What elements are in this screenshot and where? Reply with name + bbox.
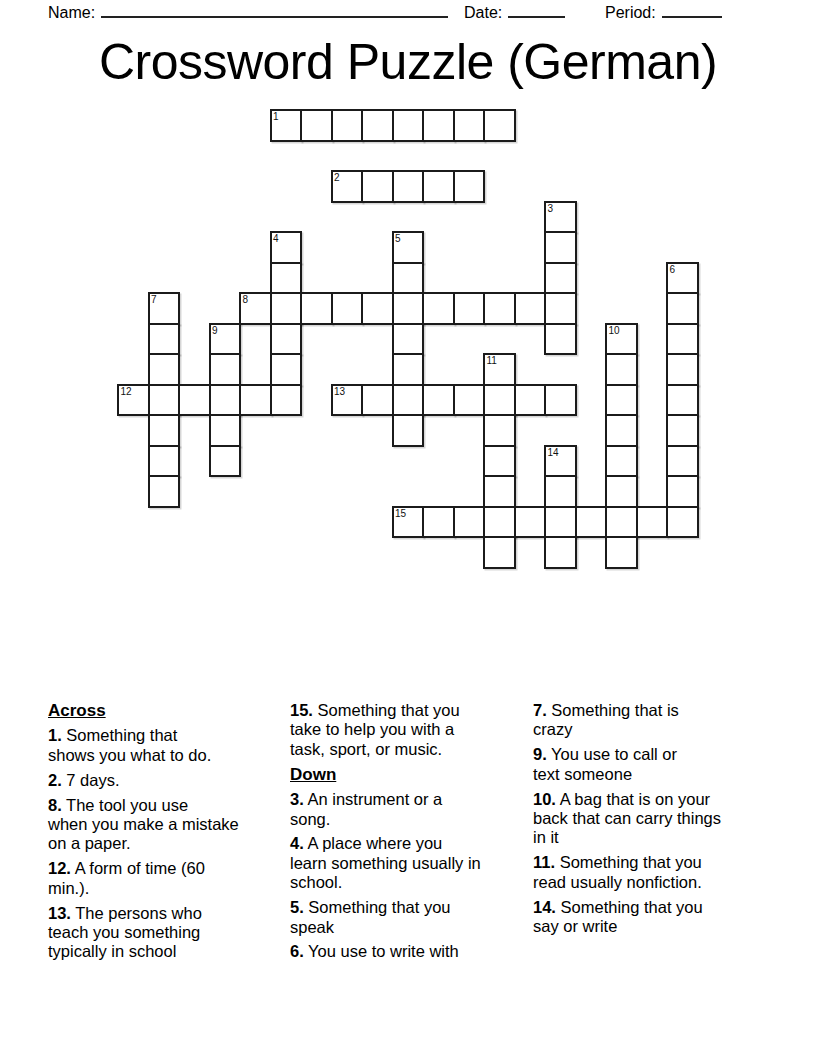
- grid-cell-r3c14[interactable]: 3: [544, 201, 577, 234]
- grid-cell-r9c11[interactable]: [453, 384, 486, 417]
- period-label: Period:: [605, 4, 656, 21]
- grid-cell-r6c12[interactable]: [483, 292, 516, 325]
- period-blank-line: [662, 2, 722, 18]
- grid-cell-r14c12[interactable]: [483, 536, 516, 569]
- grid-cell-r10c16[interactable]: [605, 414, 638, 447]
- grid-cell-r4c14[interactable]: [544, 231, 577, 264]
- grid-cell-r10c18[interactable]: [666, 414, 699, 447]
- clue-across-1: 1. Something that shows you what to do.: [48, 726, 288, 765]
- grid-cell-r11c12[interactable]: [483, 445, 516, 478]
- grid-cell-r8c18[interactable]: [666, 353, 699, 386]
- clue-number-15: 15: [395, 508, 406, 519]
- clue-down-4: 4. A place where you learn something usu…: [290, 834, 534, 892]
- grid-cell-r6c5[interactable]: [270, 292, 303, 325]
- clue-number-4: 4: [273, 233, 279, 244]
- grid-cell-r9c9[interactable]: [392, 384, 425, 417]
- grid-cell-r9c16[interactable]: [605, 384, 638, 417]
- crossword-grid: 123456789101112131415: [117, 109, 699, 569]
- grid-cell-r0c10[interactable]: [422, 109, 455, 142]
- grid-cell-r12c16[interactable]: [605, 475, 638, 508]
- clues-column-1: Across 1. Something that shows you what …: [48, 701, 288, 967]
- grid-cell-r9c2[interactable]: [178, 384, 211, 417]
- grid-cell-r6c18[interactable]: [666, 292, 699, 325]
- clue-number-9: 9: [212, 325, 218, 336]
- grid-cell-r10c12[interactable]: [483, 414, 516, 447]
- grid-cell-r4c9[interactable]: 5: [392, 231, 425, 264]
- clue-number-8: 8: [243, 294, 249, 305]
- grid-cell-r6c9[interactable]: [392, 292, 425, 325]
- grid-cell-r2c9[interactable]: [392, 170, 425, 203]
- page-title: Crossword Puzzle (German): [0, 33, 816, 91]
- grid-cell-r12c18[interactable]: [666, 475, 699, 508]
- clue-down-5: 5. Something that you speak: [290, 898, 534, 937]
- clue-across-15: 15. Something that you take to help you …: [290, 701, 534, 759]
- clue-across-13: 13. The persons who teach you something …: [48, 904, 288, 962]
- grid-cell-r0c9[interactable]: [392, 109, 425, 142]
- clue-number-1: 1: [273, 111, 279, 122]
- grid-cell-r0c6[interactable]: [300, 109, 333, 142]
- grid-cell-r9c1[interactable]: [148, 384, 181, 417]
- grid-cell-r5c9[interactable]: [392, 262, 425, 295]
- grid-cell-r11c18[interactable]: [666, 445, 699, 478]
- clue-down-11: 11. Something that you read usually nonf…: [533, 853, 781, 892]
- grid-cell-r5c18[interactable]: 6: [666, 262, 699, 295]
- clue-down-3: 3. An instrument or a song.: [290, 790, 534, 829]
- clues-column-2: 15. Something that you take to help you …: [290, 701, 534, 967]
- clues-column-3: 7. Something that is crazy 9. You use to…: [533, 701, 781, 942]
- grid-cell-r12c12[interactable]: [483, 475, 516, 508]
- grid-cell-r5c5[interactable]: [270, 262, 303, 295]
- grid-cell-r13c15[interactable]: [575, 506, 608, 539]
- grid-cell-r12c1[interactable]: [148, 475, 181, 508]
- clue-down-7: 7. Something that is crazy: [533, 701, 781, 740]
- grid-cell-r9c12[interactable]: [483, 384, 516, 417]
- grid-cell-r2c8[interactable]: [361, 170, 394, 203]
- grid-cell-r6c11[interactable]: [453, 292, 486, 325]
- clue-number-7: 7: [151, 294, 157, 305]
- clue-number-11: 11: [487, 355, 497, 366]
- clue-number-12: 12: [121, 386, 132, 397]
- grid-cell-r0c5[interactable]: 1: [270, 109, 303, 142]
- across-header: Across: [48, 701, 288, 720]
- clue-across-2: 2. 7 days.: [48, 771, 288, 790]
- grid-cell-r14c14[interactable]: [544, 536, 577, 569]
- date-blank-line: [508, 2, 565, 18]
- clue-across-8: 8. The tool you use when you make a mist…: [48, 796, 288, 854]
- grid-cell-r8c16[interactable]: [605, 353, 638, 386]
- clue-across-12: 12. A form of time (60 min.).: [48, 859, 288, 898]
- grid-cell-r9c4[interactable]: [239, 384, 272, 417]
- grid-cell-r13c18[interactable]: [666, 506, 699, 539]
- grid-cell-r9c5[interactable]: [270, 384, 303, 417]
- name-blank-line: [101, 2, 448, 18]
- name-field: Name:: [48, 2, 448, 22]
- grid-cell-r11c3[interactable]: [209, 445, 242, 478]
- grid-cell-r6c14[interactable]: [544, 292, 577, 325]
- grid-cell-r7c14[interactable]: [544, 323, 577, 356]
- grid-cell-r13c11[interactable]: [453, 506, 486, 539]
- clue-number-6: 6: [670, 264, 676, 275]
- grid-cell-r4c5[interactable]: 4: [270, 231, 303, 264]
- grid-cell-r10c1[interactable]: [148, 414, 181, 447]
- grid-cell-r6c13[interactable]: [514, 292, 547, 325]
- grid-cell-r13c10[interactable]: [422, 506, 455, 539]
- grid-cell-r13c9[interactable]: 15: [392, 506, 425, 539]
- grid-cell-r8c5[interactable]: [270, 353, 303, 386]
- grid-cell-r11c1[interactable]: [148, 445, 181, 478]
- grid-cell-r7c5[interactable]: [270, 323, 303, 356]
- grid-cell-r9c3[interactable]: [209, 384, 242, 417]
- grid-cell-r7c9[interactable]: [392, 323, 425, 356]
- grid-cell-r14c16[interactable]: [605, 536, 638, 569]
- grid-cell-r8c12[interactable]: 11: [483, 353, 516, 386]
- grid-cell-r6c4[interactable]: 8: [239, 292, 272, 325]
- grid-cell-r2c11[interactable]: [453, 170, 486, 203]
- grid-cell-r9c7[interactable]: 13: [331, 384, 364, 417]
- grid-cell-r7c1[interactable]: [148, 323, 181, 356]
- grid-cell-r11c16[interactable]: [605, 445, 638, 478]
- clue-down-6: 6. You use to write with: [290, 942, 534, 961]
- clue-number-2: 2: [334, 172, 340, 183]
- clue-number-14: 14: [548, 447, 559, 458]
- grid-cell-r0c12[interactable]: [483, 109, 516, 142]
- grid-cell-r0c7[interactable]: [331, 109, 364, 142]
- grid-cell-r13c16[interactable]: [605, 506, 638, 539]
- grid-cell-r9c18[interactable]: [666, 384, 699, 417]
- down-header: Down: [290, 765, 534, 784]
- grid-cell-r12c14[interactable]: [544, 475, 577, 508]
- clue-down-10: 10. A bag that is on your back that can …: [533, 790, 781, 848]
- grid-cell-r6c6[interactable]: [300, 292, 333, 325]
- clue-number-13: 13: [334, 386, 345, 397]
- clue-down-9: 9. You use to call or text someone: [533, 745, 781, 784]
- period-field: Period:: [605, 2, 722, 22]
- grid-cell-r5c14[interactable]: [544, 262, 577, 295]
- grid-cell-r13c14[interactable]: [544, 506, 577, 539]
- grid-cell-r0c8[interactable]: [361, 109, 394, 142]
- grid-cell-r7c16[interactable]: 10: [605, 323, 638, 356]
- grid-cell-r9c10[interactable]: [422, 384, 455, 417]
- date-label: Date:: [464, 4, 502, 21]
- grid-cell-r6c10[interactable]: [422, 292, 455, 325]
- grid-cell-r10c9[interactable]: [392, 414, 425, 447]
- grid-cell-r9c0[interactable]: 12: [117, 384, 150, 417]
- grid-cell-r11c14[interactable]: 14: [544, 445, 577, 478]
- grid-cell-r13c13[interactable]: [514, 506, 547, 539]
- name-label: Name:: [48, 4, 95, 21]
- grid-cell-r9c14[interactable]: [544, 384, 577, 417]
- grid-cell-r9c8[interactable]: [361, 384, 394, 417]
- grid-cell-r8c9[interactable]: [392, 353, 425, 386]
- clue-down-14: 14. Something that you say or write: [533, 898, 781, 937]
- grid-cell-r2c10[interactable]: [422, 170, 455, 203]
- grid-cell-r8c1[interactable]: [148, 353, 181, 386]
- grid-cell-r2c7[interactable]: 2: [331, 170, 364, 203]
- grid-cell-r7c18[interactable]: [666, 323, 699, 356]
- grid-cell-r7c3[interactable]: 9: [209, 323, 242, 356]
- clue-number-3: 3: [548, 203, 554, 214]
- grid-cell-r6c8[interactable]: [361, 292, 394, 325]
- grid-cell-r9c13[interactable]: [514, 384, 547, 417]
- grid-cell-r13c12[interactable]: [483, 506, 516, 539]
- worksheet-header: Name: Date: Period:: [0, 1, 816, 25]
- date-field: Date:: [464, 2, 565, 22]
- grid-cell-r8c3[interactable]: [209, 353, 242, 386]
- grid-cell-r0c11[interactable]: [453, 109, 486, 142]
- clue-number-5: 5: [395, 233, 401, 244]
- grid-cell-r6c7[interactable]: [331, 292, 364, 325]
- grid-cell-r10c3[interactable]: [209, 414, 242, 447]
- clue-number-10: 10: [609, 325, 620, 336]
- grid-cell-r6c1[interactable]: 7: [148, 292, 181, 325]
- grid-cell-r13c17[interactable]: [636, 506, 669, 539]
